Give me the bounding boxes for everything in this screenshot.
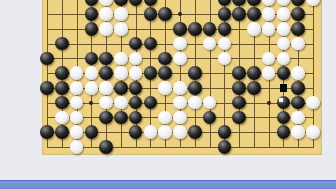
black-stone xyxy=(40,125,54,139)
white-stone xyxy=(291,66,305,80)
black-stone xyxy=(232,0,246,6)
app-window xyxy=(0,0,336,189)
white-stone xyxy=(144,125,158,139)
white-stone xyxy=(99,96,113,110)
black-stone xyxy=(85,125,99,139)
black-stone xyxy=(99,66,113,80)
black-stone xyxy=(188,22,202,36)
white-stone xyxy=(158,111,172,125)
white-stone xyxy=(173,111,187,125)
white-stone xyxy=(262,7,276,21)
black-stone xyxy=(218,22,232,36)
black-stone xyxy=(85,52,99,66)
black-stone xyxy=(40,81,54,95)
black-stone xyxy=(99,140,113,154)
black-stone xyxy=(99,111,113,125)
black-stone xyxy=(114,0,128,6)
go-board[interactable] xyxy=(42,0,322,155)
white-stone xyxy=(247,22,261,36)
black-stone xyxy=(232,66,246,80)
white-stone xyxy=(173,52,187,66)
white-stone xyxy=(277,22,291,36)
black-stone xyxy=(129,111,143,125)
black-stone xyxy=(277,125,291,139)
black-stone xyxy=(158,7,172,21)
grid-line-horizontal xyxy=(47,147,314,148)
black-stone xyxy=(188,125,202,139)
white-stone xyxy=(114,66,128,80)
white-stone xyxy=(306,125,320,139)
white-stone xyxy=(173,125,187,139)
black-stone xyxy=(144,96,158,110)
black-stone xyxy=(203,111,217,125)
black-stone xyxy=(173,22,187,36)
black-stone xyxy=(277,111,291,125)
black-stone xyxy=(247,7,261,21)
white-stone xyxy=(262,52,276,66)
white-stone xyxy=(203,37,217,51)
white-stone xyxy=(114,96,128,110)
white-stone xyxy=(129,52,143,66)
black-stone xyxy=(85,0,99,6)
white-stone xyxy=(70,111,84,125)
white-stone xyxy=(188,96,202,110)
white-stone xyxy=(306,96,320,110)
last-move-marker xyxy=(279,98,283,102)
white-stone xyxy=(291,37,305,51)
black-stone xyxy=(144,0,158,6)
black-stone xyxy=(247,0,261,6)
window-bottom-bar xyxy=(0,180,336,189)
black-stone xyxy=(277,66,291,80)
black-stone xyxy=(232,7,246,21)
black-stone xyxy=(203,22,217,36)
black-stone xyxy=(218,0,232,6)
white-stone xyxy=(70,140,84,154)
white-stone xyxy=(129,66,143,80)
white-stone xyxy=(158,81,172,95)
black-stone xyxy=(55,125,69,139)
white-stone xyxy=(277,7,291,21)
black-stone xyxy=(55,81,69,95)
black-stone xyxy=(247,81,261,95)
black-stone xyxy=(291,7,305,21)
black-stone xyxy=(114,111,128,125)
black-stone xyxy=(232,96,246,110)
black-stone xyxy=(99,52,113,66)
white-stone xyxy=(70,96,84,110)
white-stone xyxy=(277,37,291,51)
black-stone xyxy=(144,37,158,51)
white-stone xyxy=(85,81,99,95)
white-stone xyxy=(277,52,291,66)
white-stone xyxy=(291,111,305,125)
black-stone xyxy=(129,96,143,110)
star-point xyxy=(178,12,182,16)
black-stone xyxy=(232,111,246,125)
black-stone xyxy=(55,66,69,80)
white-stone xyxy=(70,66,84,80)
white-stone xyxy=(70,125,84,139)
black-stone xyxy=(129,81,143,95)
black-stone xyxy=(144,7,158,21)
white-stone xyxy=(114,22,128,36)
white-stone xyxy=(306,0,320,6)
white-stone xyxy=(203,96,217,110)
white-stone xyxy=(85,66,99,80)
white-stone xyxy=(114,52,128,66)
white-stone xyxy=(99,0,113,6)
black-stone xyxy=(277,96,291,110)
black-stone xyxy=(232,81,246,95)
black-stone xyxy=(291,22,305,36)
white-stone xyxy=(70,81,84,95)
black-stone xyxy=(291,81,305,95)
black-stone xyxy=(158,52,172,66)
white-stone xyxy=(55,111,69,125)
black-stone xyxy=(129,37,143,51)
white-stone xyxy=(218,52,232,66)
black-stone xyxy=(55,37,69,51)
black-stone xyxy=(218,7,232,21)
black-stone xyxy=(158,66,172,80)
black-stone xyxy=(218,125,232,139)
black-stone xyxy=(85,22,99,36)
white-stone xyxy=(173,81,187,95)
white-stone xyxy=(158,125,172,139)
white-stone xyxy=(262,0,276,6)
star-point xyxy=(267,101,271,105)
white-stone xyxy=(173,96,187,110)
black-stone xyxy=(40,52,54,66)
white-stone xyxy=(277,0,291,6)
black-stone xyxy=(55,96,69,110)
black-stone xyxy=(188,81,202,95)
black-stone xyxy=(247,66,261,80)
white-stone xyxy=(99,22,113,36)
black-stone xyxy=(291,0,305,6)
black-stone xyxy=(129,0,143,6)
square-marker xyxy=(280,84,288,92)
black-stone xyxy=(291,96,305,110)
white-stone xyxy=(173,37,187,51)
white-stone xyxy=(99,81,113,95)
white-stone xyxy=(114,7,128,21)
white-stone xyxy=(99,7,113,21)
black-stone xyxy=(218,140,232,154)
black-stone xyxy=(144,66,158,80)
star-point xyxy=(89,101,93,105)
white-stone xyxy=(218,37,232,51)
white-stone xyxy=(262,66,276,80)
black-stone xyxy=(85,7,99,21)
white-stone xyxy=(262,22,276,36)
white-stone xyxy=(291,125,305,139)
black-stone xyxy=(129,125,143,139)
black-stone xyxy=(188,66,202,80)
black-stone xyxy=(114,81,128,95)
